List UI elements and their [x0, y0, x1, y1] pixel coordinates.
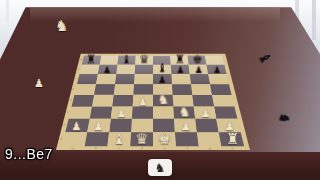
square-b3: [90, 106, 113, 118]
square-g6: [190, 74, 210, 84]
square-b5: [94, 84, 115, 95]
square-c1: ♝: [107, 132, 131, 146]
piece-black-queen-d8: ♛: [139, 54, 149, 66]
piece-white-pawn-g3: ♟: [201, 108, 211, 119]
board-brand-logo: ♞: [148, 159, 172, 176]
piece-black-pawn-f7: ♟: [176, 65, 185, 75]
piece-white-pawn-c3: ♟: [116, 108, 126, 119]
video-frame: abcdefgh 87654321 ♜♝♛♜♚♟♝♟♟♟♟♟♞♟♞♟♟♟♟♟♝♛…: [0, 0, 320, 180]
piece-white-king-e1: ♚: [158, 132, 171, 147]
square-g2: [195, 119, 219, 132]
piece-black-bishop-e7: ♝: [157, 63, 168, 75]
captured-white-pawn: ♟: [34, 78, 44, 89]
piece-white-knight-e4: ♞: [157, 94, 169, 107]
square-b2: ♟: [87, 119, 111, 132]
square-a2: ♟: [65, 119, 89, 132]
square-a5: [74, 84, 96, 95]
square-c5: [114, 84, 134, 95]
piece-white-queen-d1: ♛: [135, 132, 148, 147]
square-d8: ♛: [135, 56, 153, 65]
square-g1: [197, 132, 222, 146]
piece-black-pawn-h7: ♟: [213, 65, 222, 75]
square-b1: [85, 132, 110, 146]
piece-white-pawn-b2: ♟: [93, 121, 103, 132]
square-c8: ♝: [117, 56, 135, 65]
square-b7: ♟: [98, 65, 118, 74]
square-a3: [69, 106, 92, 118]
square-d3: [132, 106, 153, 118]
square-f3: ♞: [173, 106, 195, 118]
square-c4: [112, 95, 133, 107]
square-f5: [172, 84, 192, 95]
square-c3: ♟: [111, 106, 133, 118]
captured-white-piece: ♞: [55, 19, 68, 34]
square-b4: [92, 95, 114, 107]
square-a6: [77, 74, 98, 84]
piece-white-pawn-f2: ♟: [181, 121, 191, 132]
square-f2: ♟: [174, 119, 197, 132]
square-g5: [191, 84, 212, 95]
square-e3: [153, 106, 174, 118]
square-e7: ♝: [153, 65, 171, 74]
square-h5: [210, 84, 232, 95]
piece-white-pawn-a2: ♟: [71, 121, 81, 132]
square-a7: [80, 65, 100, 74]
square-d6: [134, 74, 153, 84]
square-f6: [171, 74, 191, 84]
square-h4: [212, 95, 234, 107]
square-e1: ♚: [153, 132, 176, 146]
square-a1: [62, 132, 87, 146]
square-h1: ♜: [219, 132, 244, 146]
piece-black-pawn-b7: ♟: [103, 65, 112, 75]
piece-white-rook-h1: ♜: [226, 132, 239, 147]
square-g7: ♟: [189, 65, 209, 74]
piece-white-bishop-c1: ♝: [112, 132, 125, 147]
piece-black-bishop-c8: ♝: [121, 54, 131, 66]
file-coordinates: abcdefgh: [61, 147, 245, 150]
square-c6: [115, 74, 135, 84]
square-a4: [72, 95, 94, 107]
square-d7: [135, 65, 153, 74]
window-mullion: [312, 0, 316, 40]
square-b6: [96, 74, 116, 84]
square-c7: [116, 65, 135, 74]
square-h7: ♟: [206, 65, 226, 74]
move-caption: 9...Be7: [5, 146, 53, 162]
window-mullion: [6, 0, 9, 22]
square-d5: [133, 84, 153, 95]
square-f7: ♟: [171, 65, 190, 74]
piece-black-pawn-e6: ♟: [158, 75, 167, 85]
knight-logo-icon: ♞: [155, 162, 166, 174]
square-h3: [214, 106, 237, 118]
piece-black-pawn-g7: ♟: [195, 65, 204, 75]
square-d4: ♟: [133, 95, 153, 107]
square-e4: ♞: [153, 95, 173, 107]
piece-white-pawn-d4: ♟: [138, 96, 147, 107]
square-d1: ♛: [130, 132, 153, 146]
square-g4: [192, 95, 214, 107]
square-f1: [175, 132, 199, 146]
square-h6: [208, 74, 229, 84]
square-g3: ♟: [194, 106, 217, 118]
piece-white-knight-f3: ♞: [178, 105, 190, 119]
piece-black-rook-a8: ♜: [86, 54, 96, 66]
square-e6: ♟: [153, 74, 172, 84]
square-a8: ♜: [82, 56, 101, 65]
chess-board: abcdefgh 87654321 ♜♝♛♜♚♟♝♟♟♟♟♟♞♟♞♟♟♟♟♟♝♛…: [56, 54, 250, 150]
